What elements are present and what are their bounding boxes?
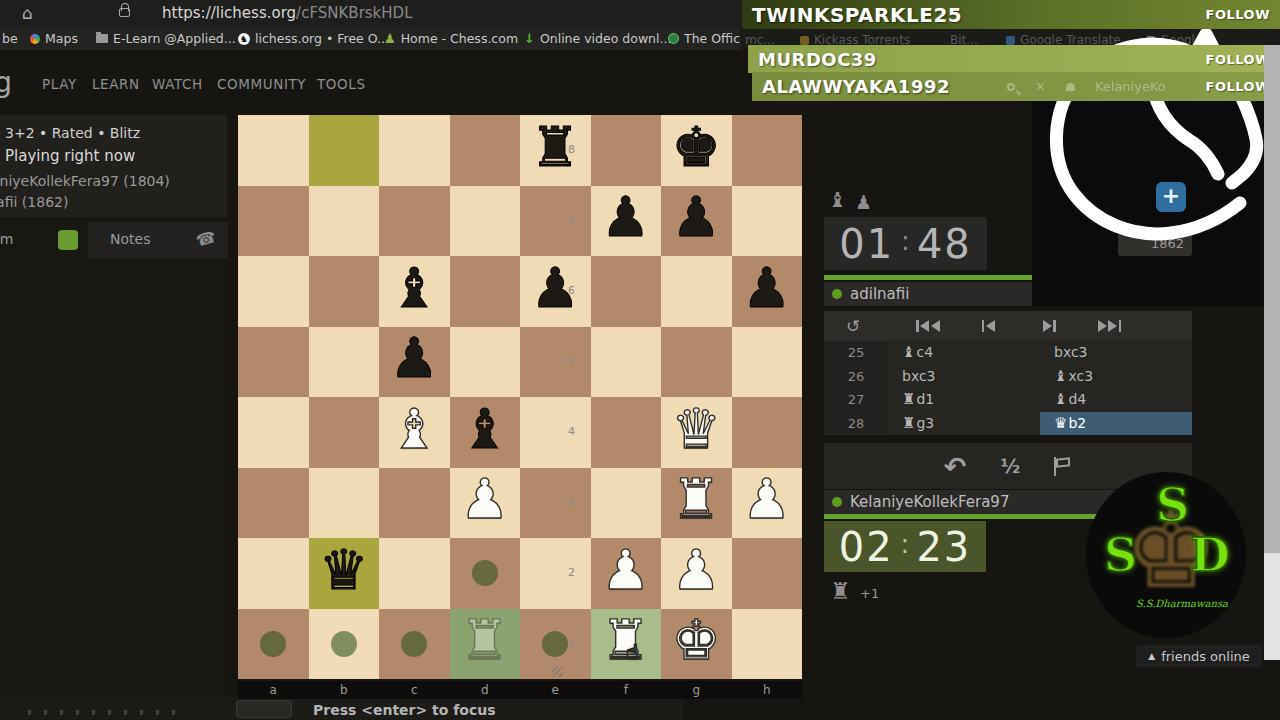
move-black-Bd4[interactable]: ♝d4 [1040,388,1192,412]
nav-watch[interactable]: WATCH [152,76,203,92]
move-dest-dot-a1[interactable] [260,631,286,657]
lock-icon [119,8,130,17]
square-c5[interactable]: ♟ [379,327,450,398]
square-f6[interactable] [591,256,662,327]
subscriber-name: MURDOC39 [748,49,877,70]
player-name-black[interactable]: adilnafii [850,285,909,303]
chat-input-placeholder: Press <enter> to focus [313,702,496,718]
square-g1[interactable]: ♚ [661,609,732,680]
square-g5[interactable] [661,327,732,398]
move-white-Rd1[interactable]: ♜d1 [888,388,1040,412]
scrollbar-thumb[interactable] [1264,553,1280,660]
bookmark-download-arrow[interactable]: ↓Online video downl... [524,31,671,46]
piece-bK-g8[interactable]: ♚ [672,120,721,175]
move-white-Rg3[interactable]: ♜g3 [888,412,1040,436]
file-label-d: d [450,681,521,699]
square-h1[interactable] [732,609,803,680]
file-label-f: f [591,681,662,699]
next-move-icon[interactable] [1043,320,1056,332]
piece-wK-g1[interactable]: ♚ [672,613,721,668]
file-label-g: g [661,681,732,699]
square-f7[interactable]: ♟ [591,186,662,257]
bookmark-lichess-knight[interactable]: ♞lichess.org • Free O... [238,31,389,46]
rank-label-3: 3 [568,496,582,509]
square-d8[interactable] [450,115,521,186]
home-icon[interactable]: ⌂ [22,3,33,23]
close-icon[interactable]: ✕ [1035,79,1046,94]
piece-bP-h6[interactable]: ♟ [742,261,791,316]
piece-wP-d3[interactable]: ♟ [460,472,509,527]
piece-wP-g2[interactable]: ♟ [672,543,721,598]
piece-wP-h3[interactable]: ♟ [742,472,791,527]
move-dest-dot-b1[interactable] [331,631,357,657]
watermark-letter: S [1156,478,1189,532]
follow-button[interactable]: FOLLOW [1206,7,1270,22]
move-number: 25 [824,341,888,365]
file-label-c: c [379,681,450,699]
url-text[interactable]: https://lichess.org/cFSNKBrskHDL [162,4,412,22]
square-c3[interactable] [379,468,450,539]
chess-board[interactable]: ♜♚♟♟♝♟♟♟♝♝♛♟♜♟♛♟♟♜♜☝♚ [238,115,802,679]
piece-bB-d4[interactable]: ♝ [460,402,509,457]
clock-white-active: 02:23 [824,521,986,572]
white-player-line[interactable]: KelaniyeKollekFera97 (1804) [0,173,170,189]
captured-rook-icon: ♜ [830,578,851,604]
piece-bP-c5[interactable]: ♟ [390,331,439,386]
square-f3[interactable] [591,468,662,539]
square-f8[interactable] [591,115,662,186]
move-white-Bc4[interactable]: ♝c4 [888,341,1040,365]
move-dest-dot-d2[interactable] [472,560,498,586]
file-label-h: h [732,681,803,699]
follow-button[interactable]: FOLLOW [1206,52,1270,67]
square-c8[interactable] [379,115,450,186]
chat-partial-text [28,710,188,715]
piece-wP-f2[interactable]: ♟ [601,543,650,598]
chat-toggle[interactable] [58,230,78,250]
move-controls: ↺ [824,311,1192,341]
nav-community[interactable]: COMMUNITY [217,76,306,92]
online-dot [832,289,842,299]
square-a8[interactable] [238,115,309,186]
square-f5[interactable] [591,327,662,398]
square-g2[interactable]: ♟ [661,538,732,609]
square-b8[interactable] [309,115,380,186]
square-f4[interactable] [591,397,662,468]
square-h3[interactable]: ♟ [732,468,803,539]
square-f1[interactable]: ♜☝ [591,609,662,680]
piece-wB-c4[interactable]: ♝ [390,402,439,457]
tab-notes[interactable]: Notes [110,231,150,247]
rank-label-7: 7 [568,214,582,227]
bookmark-folder[interactable]: E-Learn @Applied... [96,31,236,46]
rank-label-1: 1 [568,637,582,650]
hand-cursor: ☝ [626,640,639,664]
bookmark-maps-pin[interactable]: Maps [30,31,78,46]
captured-bishop-icon: ♝ [828,188,847,212]
search-icon[interactable] [1007,83,1015,91]
subscriber-banner-1: TWINKSPARKLE25 FOLLOW [742,0,1280,29]
black-player-line[interactable]: adilnafii (1862) [0,194,68,210]
square-c6[interactable]: ♝ [379,256,450,327]
square-a6[interactable] [238,256,309,327]
piece-wQ-g4[interactable]: ♛ [672,402,721,457]
square-h5[interactable] [732,327,803,398]
square-c2[interactable] [379,538,450,609]
square-h7[interactable] [732,186,803,257]
watermark-letter: D [1190,528,1230,582]
nav-play[interactable]: PLAY [42,76,77,92]
move-row-28: 28♜g3♛b2 [824,412,1192,436]
square-a1[interactable] [238,609,309,680]
move-row-27: 27♜d1♝d4 [824,388,1192,412]
piece-bB-c6[interactable]: ♝ [390,261,439,316]
square-b2[interactable]: ♛ [309,538,380,609]
resign-flag-icon[interactable] [1054,457,1072,476]
rank-label-6: 6 [568,284,582,297]
piece-wR-g3[interactable]: ♜ [672,472,721,527]
file-label-b: b [309,681,380,699]
lichess-logo-partial[interactable]: lichess.org [0,66,44,100]
clock-black: 01:48 [824,217,987,270]
player-name-white[interactable]: KelaniyeKollekFera97 [850,493,1009,511]
screen: ⌂ https://lichess.org/cFSNKBrskHDL beMap… [0,0,1280,720]
square-c4[interactable]: ♝ [379,397,450,468]
captured-pawn-icon: ♟ [855,191,872,213]
draw-offer-icon[interactable]: ½ [1000,455,1020,477]
square-d6[interactable] [450,256,521,327]
rank-label-8: 8 [568,143,582,156]
rank-label-5: 5 [568,355,582,368]
subscriber-name: ALAWWYAKA1992 [752,76,950,97]
piece-bQ-b2[interactable]: ♛ [319,543,368,598]
move-black-bxc3[interactable]: bxc3 [1040,341,1192,365]
rank-label-2: 2 [568,566,582,579]
square-a3[interactable] [238,468,309,539]
square-b5[interactable] [309,327,380,398]
move-row-26: 26bxc3♝xc3 [824,365,1192,389]
game-status-label: Playing right now [5,147,135,165]
subscriber-banner-3: ✕ KelaniyeKo ALAWWYAKA1992 FOLLOW [752,72,1280,101]
piece-bP-f7[interactable]: ♟ [601,190,650,245]
square-b6[interactable] [309,256,380,327]
takeback-icon[interactable]: ↶ [944,451,967,482]
square-h6[interactable]: ♟ [732,256,803,327]
piece-bP-g7[interactable]: ♟ [672,190,721,245]
move-black-Qb2[interactable]: ♛b2 [1040,412,1192,436]
rank-label-4: 4 [568,425,582,438]
square-b4[interactable] [309,397,380,468]
move-dest-dot-e1[interactable] [542,631,568,657]
square-a2[interactable] [238,538,309,609]
square-g4[interactable]: ♛ [661,397,732,468]
material-advantage: +1 [860,586,879,601]
bell-icon[interactable] [1066,83,1075,91]
move-dest-dot-c1[interactable] [401,631,427,657]
square-h2[interactable] [732,538,803,609]
up-triangle-icon: ▲ [1148,651,1155,661]
square-d2[interactable] [450,538,521,609]
game-mode-label: 3+2 • Rated • Blitz [5,125,140,141]
streamer-watermark: ♚ S S D S.S.Dharmawansa [1086,472,1246,638]
cycle-icon[interactable]: ↺ [846,316,860,336]
subscriber-banner-2: MURDOC39 FOLLOW [748,45,1280,73]
nav-tools[interactable]: TOOLS [317,76,366,92]
square-g8[interactable]: ♚ [661,115,732,186]
last-move-icon[interactable] [1098,320,1122,332]
square-c7[interactable] [379,186,450,257]
move-rows: 25♝c4bxc326bxc3♝xc327♜d1♝d428♜g3♛b2 [824,341,1192,435]
online-dot [832,497,842,507]
bookmark-none[interactable]: be [2,31,18,46]
square-h8[interactable] [732,115,803,186]
square-b7[interactable] [309,186,380,257]
square-c1[interactable] [379,609,450,680]
move-number: 26 [824,365,888,389]
piece-wR-d1[interactable]: ♜ [460,613,509,668]
move-number: 28 [824,412,888,436]
chat-input-box[interactable] [236,700,292,718]
square-d3[interactable]: ♟ [450,468,521,539]
move-white-bxc3[interactable]: bxc3 [888,365,1040,389]
square-g7[interactable]: ♟ [661,186,732,257]
square-b3[interactable] [309,468,380,539]
square-b1[interactable] [309,609,380,680]
file-coordinates: abcdefgh [238,681,802,699]
square-d1[interactable]: ♜ [450,609,521,680]
watermark-script: S.S.Dharmawansa [1136,598,1228,609]
follow-button[interactable]: FOLLOW [1206,79,1270,94]
square-a5[interactable] [238,327,309,398]
nav-learn[interactable]: LEARN [92,76,140,92]
friends-online-bar[interactable]: ▲friends online [1136,645,1262,667]
square-f2[interactable]: ♟ [591,538,662,609]
move-list: ↺ 25♝c4bxc326bxc3♝xc327♜d1♝d428♜g3♛b2 [824,311,1192,435]
chat-body [0,258,228,697]
square-d4[interactable]: ♝ [450,397,521,468]
move-number: 27 [824,388,888,412]
square-h4[interactable] [732,397,803,468]
board-resize-handle[interactable] [552,666,563,677]
square-a7[interactable] [238,186,309,257]
chat-tabs: Chat room Notes ☎ [0,222,228,258]
square-d5[interactable] [450,327,521,398]
square-g3[interactable]: ♜ [661,468,732,539]
square-g6[interactable] [661,256,732,327]
square-a4[interactable] [238,397,309,468]
file-label-a: a [238,681,309,699]
phone-icon[interactable]: ☎ [194,227,218,251]
prev-move-icon[interactable] [982,320,995,332]
browser-scrollbar[interactable] [1264,45,1280,660]
square-d7[interactable] [450,186,521,257]
move-row-25: 25♝c4bxc3 [824,341,1192,365]
file-label-e: e [520,681,591,699]
move-black-Bxc3[interactable]: ♝xc3 [1040,365,1192,389]
subscriber-name: TWINKSPARKLE25 [742,3,962,27]
first-move-icon[interactable] [916,320,940,332]
game-info-box: 3+2 • Rated • Blitz Playing right now Ke… [0,115,227,217]
watermark-letter: S [1104,528,1137,582]
lichess-header-icons-faint: ✕ KelaniyeKo [1007,79,1166,94]
header-username-faint[interactable]: KelaniyeKo [1095,79,1166,94]
bookmark-chess-pawn[interactable]: ♟Home - Chess.com [384,31,518,46]
